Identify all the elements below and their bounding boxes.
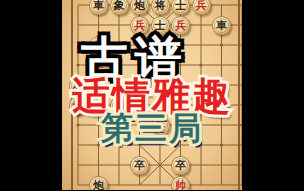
piece-character: 兵 <box>175 20 186 31</box>
letterbox-right-bar <box>242 0 304 190</box>
piece-black-pawn[interactable]: 卒 <box>171 156 190 175</box>
piece-character: 卒 <box>175 160 186 171</box>
piece-character: 兵 <box>196 0 207 11</box>
caption-game-number: 第三局 <box>101 112 203 144</box>
piece-character: 将 <box>155 0 166 11</box>
letterbox-left-bar <box>0 0 62 190</box>
piece-character: 帅 <box>175 180 186 191</box>
piece-character: 車 <box>216 20 227 31</box>
piece-character: 士 <box>155 20 166 31</box>
piece-black-chariot[interactable]: 車 <box>212 16 231 35</box>
piece-black-general[interactable]: 将 <box>151 0 170 15</box>
piece-character: 士 <box>175 0 186 11</box>
piece-character: 象 <box>114 0 125 11</box>
video-frame: 車象炮将士兵兵士兵車兵車馬炮相兵卒卒炮帅 古谱 适情雅趣 第三局 <box>0 0 304 190</box>
piece-character: 兵 <box>134 20 145 31</box>
piece-character: 卒 <box>134 160 145 171</box>
piece-character: 炮 <box>134 0 145 11</box>
piece-red-pawn[interactable]: 兵 <box>192 0 211 15</box>
piece-black-pawn[interactable]: 卒 <box>130 156 149 175</box>
piece-character: 炮 <box>93 180 104 191</box>
piece-character: 車 <box>93 0 104 11</box>
piece-black-elephant[interactable]: 象 <box>110 0 129 15</box>
